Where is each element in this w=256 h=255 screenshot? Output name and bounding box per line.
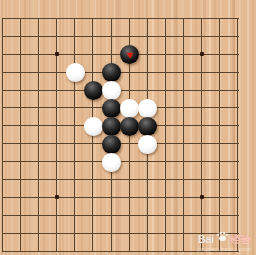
stone-grid xyxy=(0,10,247,255)
black-stone[interactable] xyxy=(102,117,121,136)
last-move-marker xyxy=(127,53,133,58)
black-stone[interactable] xyxy=(102,99,121,118)
star-point xyxy=(55,195,59,199)
black-stone[interactable] xyxy=(102,135,121,154)
baidu-watermark: Bai 经验 jingyan.baidu.com xyxy=(198,229,251,253)
white-stone[interactable] xyxy=(102,153,121,172)
white-stone[interactable] xyxy=(102,81,121,100)
black-stone[interactable] xyxy=(84,81,103,100)
white-stone[interactable] xyxy=(84,117,103,136)
baidu-paw-icon xyxy=(216,229,229,245)
watermark-brand-jingyan: 经验 xyxy=(230,234,251,245)
go-board[interactable]: Bai 经验 jingyan.baidu.com xyxy=(0,0,256,255)
white-stone[interactable] xyxy=(138,99,157,118)
black-stone[interactable] xyxy=(120,45,139,64)
black-stone[interactable] xyxy=(102,63,121,82)
watermark-brand: Bai 经验 xyxy=(198,229,251,245)
watermark-subtitle: jingyan.baidu.com xyxy=(198,246,251,252)
watermark-brand-bai: Bai xyxy=(198,234,214,245)
star-point xyxy=(200,52,204,56)
star-point xyxy=(55,52,59,56)
black-stone[interactable] xyxy=(120,117,139,136)
white-stone[interactable] xyxy=(120,99,139,118)
black-stone[interactable] xyxy=(138,117,157,136)
white-stone[interactable] xyxy=(66,63,85,82)
star-point xyxy=(200,195,204,199)
white-stone[interactable] xyxy=(138,135,157,154)
